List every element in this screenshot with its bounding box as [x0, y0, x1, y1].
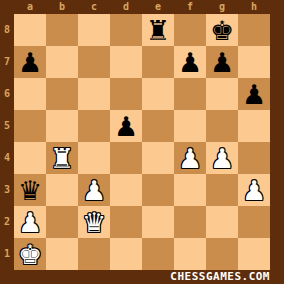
square-f7: ♟ — [174, 46, 206, 78]
square-a7: ♟ — [14, 46, 46, 78]
piece-white-rook: ♜ — [50, 145, 74, 172]
square-f1 — [174, 238, 206, 270]
square-h1 — [238, 238, 270, 270]
square-a4 — [14, 142, 46, 174]
file-label-e: e — [142, 0, 174, 14]
square-e5 — [142, 110, 174, 142]
square-b4: ♜ — [46, 142, 78, 174]
square-h2 — [238, 206, 270, 238]
square-c4 — [78, 142, 110, 174]
square-a8 — [14, 14, 46, 46]
square-a5 — [14, 110, 46, 142]
square-d8 — [110, 14, 142, 46]
piece-white-pawn: ♟ — [210, 145, 234, 172]
square-h7 — [238, 46, 270, 78]
site-watermark: CHESSGAMES.COM — [170, 270, 270, 284]
piece-black-queen: ♛ — [18, 177, 42, 204]
file-label-h: h — [238, 0, 270, 14]
square-e2 — [142, 206, 174, 238]
square-f4: ♟ — [174, 142, 206, 174]
rank-label-8: 8 — [0, 14, 14, 46]
square-e3 — [142, 174, 174, 206]
square-f6 — [174, 78, 206, 110]
chess-diagram: abcdefgh 87654321 ♜♚♟♟♟♟♟♜♟♟♛♟♟♟♛♚ CHESS… — [0, 0, 284, 284]
file-label-b: b — [46, 0, 78, 14]
square-d4 — [110, 142, 142, 174]
piece-white-pawn: ♟ — [82, 177, 106, 204]
square-g2 — [206, 206, 238, 238]
rank-label-5: 5 — [0, 110, 14, 142]
square-e7 — [142, 46, 174, 78]
piece-white-pawn: ♟ — [18, 209, 42, 236]
square-g8: ♚ — [206, 14, 238, 46]
square-a2: ♟ — [14, 206, 46, 238]
square-f5 — [174, 110, 206, 142]
piece-black-pawn: ♟ — [242, 81, 266, 108]
piece-black-pawn: ♟ — [178, 49, 202, 76]
square-c2: ♛ — [78, 206, 110, 238]
square-g1 — [206, 238, 238, 270]
square-b1 — [46, 238, 78, 270]
square-a3: ♛ — [14, 174, 46, 206]
square-g4: ♟ — [206, 142, 238, 174]
square-f2 — [174, 206, 206, 238]
square-f8 — [174, 14, 206, 46]
piece-black-pawn: ♟ — [210, 49, 234, 76]
file-labels: abcdefgh — [14, 0, 270, 14]
square-h5 — [238, 110, 270, 142]
square-d5: ♟ — [110, 110, 142, 142]
square-a6 — [14, 78, 46, 110]
square-h8 — [238, 14, 270, 46]
square-g5 — [206, 110, 238, 142]
square-c6 — [78, 78, 110, 110]
file-label-a: a — [14, 0, 46, 14]
square-e1 — [142, 238, 174, 270]
square-h6: ♟ — [238, 78, 270, 110]
rank-label-4: 4 — [0, 142, 14, 174]
rank-label-1: 1 — [0, 238, 14, 270]
square-b5 — [46, 110, 78, 142]
rank-label-6: 6 — [0, 78, 14, 110]
square-c7 — [78, 46, 110, 78]
rank-labels: 87654321 — [0, 14, 14, 270]
square-h3: ♟ — [238, 174, 270, 206]
piece-black-rook: ♜ — [146, 17, 170, 44]
square-b3 — [46, 174, 78, 206]
square-f3 — [174, 174, 206, 206]
square-b2 — [46, 206, 78, 238]
square-d1 — [110, 238, 142, 270]
square-e8: ♜ — [142, 14, 174, 46]
piece-white-pawn: ♟ — [178, 145, 202, 172]
piece-white-king: ♚ — [18, 241, 42, 268]
square-h4 — [238, 142, 270, 174]
square-a1: ♚ — [14, 238, 46, 270]
file-label-c: c — [78, 0, 110, 14]
piece-white-queen: ♛ — [82, 209, 106, 236]
square-g6 — [206, 78, 238, 110]
file-label-d: d — [110, 0, 142, 14]
rank-label-2: 2 — [0, 206, 14, 238]
square-e4 — [142, 142, 174, 174]
square-b8 — [46, 14, 78, 46]
square-g7: ♟ — [206, 46, 238, 78]
piece-black-pawn: ♟ — [18, 49, 42, 76]
chess-board: ♜♚♟♟♟♟♟♜♟♟♛♟♟♟♛♚ — [14, 14, 270, 270]
square-b6 — [46, 78, 78, 110]
piece-black-pawn: ♟ — [114, 113, 138, 140]
square-d2 — [110, 206, 142, 238]
square-b7 — [46, 46, 78, 78]
square-d3 — [110, 174, 142, 206]
square-d7 — [110, 46, 142, 78]
square-c5 — [78, 110, 110, 142]
square-d6 — [110, 78, 142, 110]
file-label-f: f — [174, 0, 206, 14]
piece-white-pawn: ♟ — [242, 177, 266, 204]
square-g3 — [206, 174, 238, 206]
piece-black-king: ♚ — [210, 17, 234, 44]
rank-label-3: 3 — [0, 174, 14, 206]
rank-label-7: 7 — [0, 46, 14, 78]
square-c3: ♟ — [78, 174, 110, 206]
square-c8 — [78, 14, 110, 46]
file-label-g: g — [206, 0, 238, 14]
square-e6 — [142, 78, 174, 110]
square-c1 — [78, 238, 110, 270]
